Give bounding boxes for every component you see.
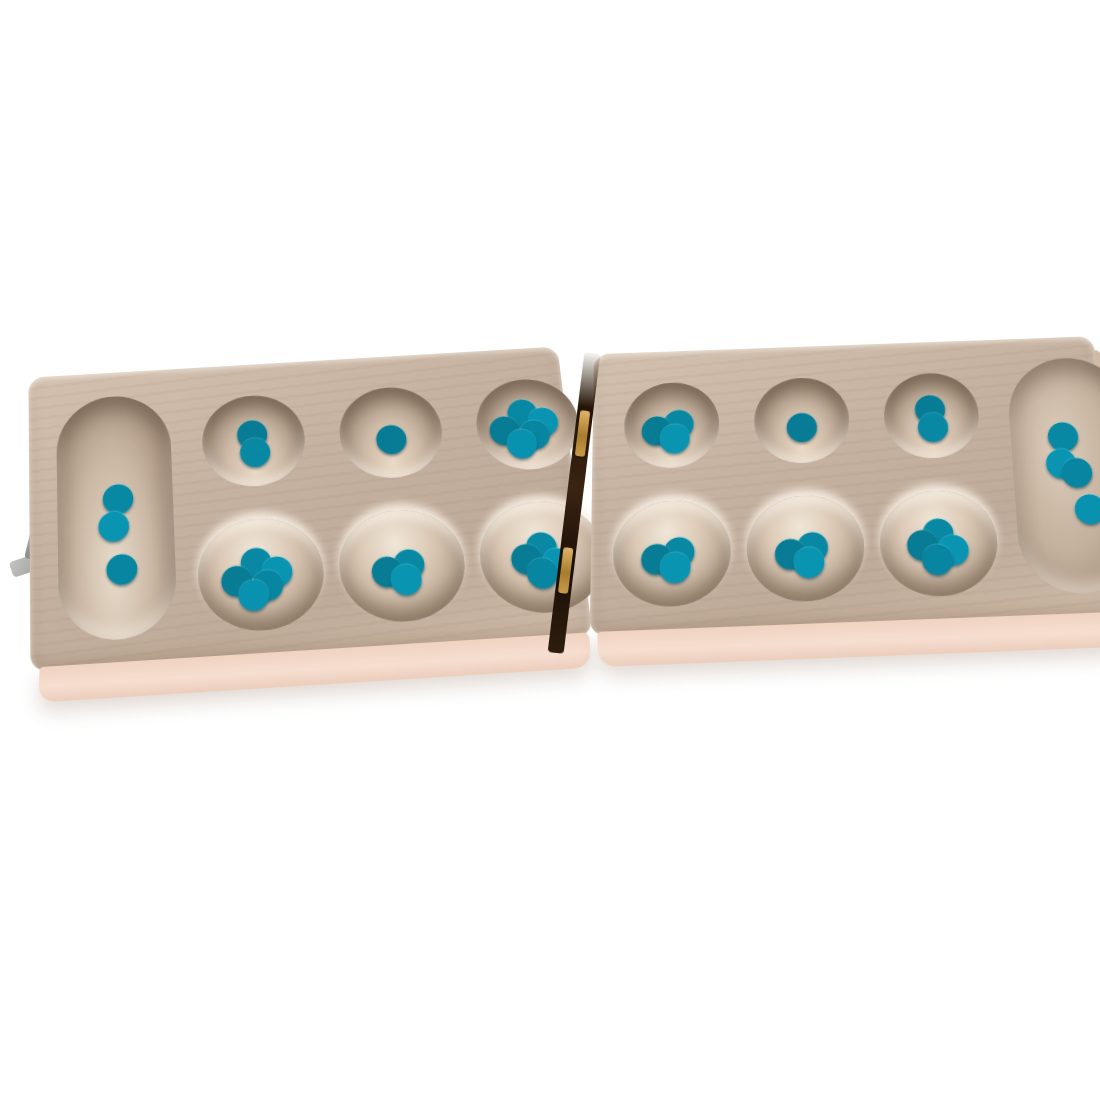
bead: ● xyxy=(639,535,675,576)
bead: ● xyxy=(772,530,808,571)
left-tray: ●●●● ●● ● ●●●●● ●●●●● ●●● ●●●● xyxy=(28,346,597,707)
bead: ● xyxy=(1042,440,1080,480)
pit-top-4[interactable]: ●●● xyxy=(624,381,719,469)
bead: ● xyxy=(904,521,941,562)
bead: ● xyxy=(791,538,828,579)
bead: ● xyxy=(912,387,948,426)
bead: ● xyxy=(372,416,409,456)
bead: ● xyxy=(657,416,692,455)
bead: ● xyxy=(96,502,132,543)
pit-bottom-1[interactable]: ●●●●● xyxy=(196,515,327,634)
right-tray-surface: ●●● ● ●● ●●●●● ●●● ●●● ●●●● xyxy=(590,336,1100,636)
bead: ● xyxy=(919,535,957,576)
bead: ● xyxy=(503,391,541,430)
pit-top-3[interactable]: ●●●●● xyxy=(472,377,584,473)
bead: ● xyxy=(915,404,952,443)
mancala-board: ●●●● ●● ● ●●●●● ●●●●● ●●● ●●●● ●●● ● ●● … xyxy=(0,0,1100,1100)
bead: ● xyxy=(784,404,819,443)
bead: ● xyxy=(661,401,696,440)
bead: ● xyxy=(502,421,540,461)
bead: ● xyxy=(640,408,675,447)
store-right: ●●●●● xyxy=(1005,356,1100,596)
store-left: ●●●● xyxy=(56,393,178,643)
bead: ● xyxy=(104,545,140,587)
bead: ● xyxy=(661,528,696,569)
pit-bottom-2[interactable]: ●●● xyxy=(336,507,470,626)
bead: ● xyxy=(794,523,830,564)
left-tray-surface: ●●●● ●● ● ●●●●● ●●●●● ●●● ●●●● xyxy=(28,346,592,671)
bead: ● xyxy=(237,539,274,581)
pit-top-6[interactable]: ●● xyxy=(882,372,981,460)
brass-hinge-icon xyxy=(558,547,574,594)
bead: ● xyxy=(485,408,523,447)
bead: ● xyxy=(237,429,273,469)
pit-bottom-6[interactable]: ●●●● xyxy=(878,489,1001,599)
bead: ● xyxy=(368,547,406,589)
brass-hinge-icon xyxy=(575,410,591,457)
bead: ● xyxy=(1044,414,1082,453)
bead: ● xyxy=(258,547,296,589)
bead: ● xyxy=(387,555,426,597)
bead: ● xyxy=(522,523,561,564)
bead: ● xyxy=(234,412,270,452)
right-tray: ●●● ● ●● ●●●●● ●●● ●●● ●●●● xyxy=(589,336,1100,669)
bead: ● xyxy=(507,535,546,577)
bead: ● xyxy=(93,440,128,480)
bead: ● xyxy=(100,475,136,516)
bead: ● xyxy=(235,570,273,612)
bead: ● xyxy=(390,540,428,582)
bead: ● xyxy=(523,399,561,438)
bead: ● xyxy=(1058,449,1096,489)
bead: ● xyxy=(515,411,553,451)
pit-bottom-5[interactable]: ●●● xyxy=(746,494,866,604)
bead: ● xyxy=(919,510,956,551)
pit-bottom-4[interactable]: ●●● xyxy=(613,499,732,609)
bead: ● xyxy=(1071,485,1100,525)
bead: ● xyxy=(218,557,255,599)
bead: ● xyxy=(249,561,287,603)
bead: ● xyxy=(1030,386,1067,425)
bead: ● xyxy=(934,526,972,567)
pit-top-1[interactable]: ●● xyxy=(200,393,307,489)
bead: ● xyxy=(657,543,693,584)
pit-top-5[interactable]: ● xyxy=(754,376,851,464)
pit-top-2[interactable]: ● xyxy=(337,385,446,481)
